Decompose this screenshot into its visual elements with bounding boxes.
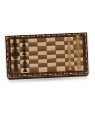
board-grid: ♜♟♟♜♞♟♟♞♝♟♟♝♛♟♟♛♚♟♟♚♝♟♟♝♞♟♟♞♜♟♟♜ (9, 35, 84, 74)
chess-set-product-photo: ♜♟♟♜♞♟♟♞♝♟♟♝♛♟♟♛♚♟♟♚♝♟♟♝♞♟♟♞♜♟♟♜ (0, 0, 95, 126)
square-h3 (56, 67, 65, 72)
board-frame: ♜♟♟♜♞♟♟♞♝♟♟♝♛♟♟♛♚♟♟♚♝♟♟♝♞♟♟♞♜♟♟♜ (5, 32, 89, 77)
square-h1: ♜ (74, 66, 83, 71)
square-h2: ♟ (65, 66, 74, 71)
square-h8: ♜ (12, 68, 21, 73)
square-h7: ♟ (21, 68, 30, 73)
square-h4 (47, 67, 56, 72)
square-h6 (30, 68, 39, 73)
square-h5 (39, 67, 48, 72)
chess-board: ♜♟♟♜♞♟♟♞♝♟♟♝♛♟♟♛♚♟♟♚♝♟♟♝♞♟♟♞♜♟♟♜ (5, 32, 89, 80)
piece-black-pawn: ♟ (22, 67, 28, 73)
piece-white-pawn: ♟ (67, 65, 73, 71)
